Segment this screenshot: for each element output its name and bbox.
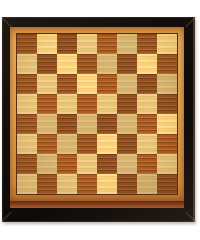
- square-c5: [57, 94, 77, 114]
- square-a7: [17, 54, 37, 74]
- square-b6: [37, 74, 57, 94]
- square-h2: [157, 154, 177, 174]
- square-f6: [117, 74, 137, 94]
- square-c1: [57, 174, 77, 194]
- square-b2: [37, 154, 57, 174]
- frame-miter-top-right: [185, 17, 196, 28]
- square-h4: [157, 114, 177, 134]
- frame-bottom-bevel: [10, 201, 184, 208]
- square-d1: [77, 174, 97, 194]
- square-b4: [37, 114, 57, 134]
- square-b7: [37, 54, 57, 74]
- square-g4: [137, 114, 157, 134]
- frame-miter-bottom-left: [1, 211, 12, 222]
- square-b5: [37, 94, 57, 114]
- frame-miter-bottom-right: [185, 211, 196, 222]
- square-c2: [57, 154, 77, 174]
- square-g2: [137, 154, 157, 174]
- square-d2: [77, 154, 97, 174]
- square-d5: [77, 94, 97, 114]
- frame-miter-top-left: [1, 17, 12, 28]
- square-c3: [57, 134, 77, 154]
- square-b1: [37, 174, 57, 194]
- square-c4: [57, 114, 77, 134]
- square-h6: [157, 74, 177, 94]
- square-f1: [117, 174, 137, 194]
- square-g7: [137, 54, 157, 74]
- chessboard-grid: [17, 34, 177, 194]
- square-e7: [97, 54, 117, 74]
- square-h1: [157, 174, 177, 194]
- square-h7: [157, 54, 177, 74]
- square-b3: [37, 134, 57, 154]
- square-d4: [77, 114, 97, 134]
- square-d3: [77, 134, 97, 154]
- square-f3: [117, 134, 137, 154]
- square-c8: [57, 34, 77, 54]
- square-a8: [17, 34, 37, 54]
- board-inner-border: [16, 33, 178, 195]
- square-d6: [77, 74, 97, 94]
- square-e6: [97, 74, 117, 94]
- square-f8: [117, 34, 137, 54]
- square-h5: [157, 94, 177, 114]
- square-a6: [17, 74, 37, 94]
- square-f5: [117, 94, 137, 114]
- square-d8: [77, 34, 97, 54]
- square-g5: [137, 94, 157, 114]
- square-h3: [157, 134, 177, 154]
- square-d7: [77, 54, 97, 74]
- board-apron: [10, 27, 184, 201]
- square-a1: [17, 174, 37, 194]
- square-e5: [97, 94, 117, 114]
- square-g8: [137, 34, 157, 54]
- square-g3: [137, 134, 157, 154]
- square-a5: [17, 94, 37, 114]
- square-e4: [97, 114, 117, 134]
- square-a2: [17, 154, 37, 174]
- square-f4: [117, 114, 137, 134]
- chessboard-frame: [2, 17, 195, 222]
- square-e8: [97, 34, 117, 54]
- square-g1: [137, 174, 157, 194]
- square-c6: [57, 74, 77, 94]
- square-e1: [97, 174, 117, 194]
- square-f2: [117, 154, 137, 174]
- square-a3: [17, 134, 37, 154]
- square-c7: [57, 54, 77, 74]
- square-b8: [37, 34, 57, 54]
- square-h8: [157, 34, 177, 54]
- square-e3: [97, 134, 117, 154]
- square-g6: [137, 74, 157, 94]
- square-f7: [117, 54, 137, 74]
- square-e2: [97, 154, 117, 174]
- square-a4: [17, 114, 37, 134]
- board-product-photo[interactable]: [0, 0, 200, 240]
